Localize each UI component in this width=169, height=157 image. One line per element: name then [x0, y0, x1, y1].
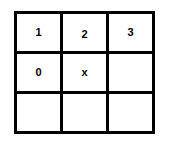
page-background: 1 2 3 0 x [0, 0, 169, 157]
cell-r2c0[interactable] [17, 94, 60, 131]
cell-r2c2[interactable] [109, 94, 152, 131]
cell-r1c0[interactable]: 0 [17, 54, 60, 91]
board-grid: 1 2 3 0 x [14, 11, 155, 134]
cell-r0c2[interactable]: 3 [109, 14, 152, 51]
cell-r2c1[interactable] [63, 94, 106, 131]
cell-r1c2[interactable] [109, 54, 152, 91]
cell-r1c1[interactable]: x [63, 54, 106, 91]
cell-r0c1[interactable]: 2 [63, 14, 106, 51]
cell-r0c0[interactable]: 1 [17, 14, 60, 51]
